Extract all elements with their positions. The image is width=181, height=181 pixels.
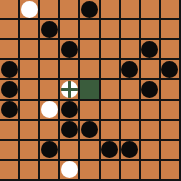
board-cell[interactable]: [121, 20, 141, 40]
board-cell[interactable]: [0, 161, 20, 181]
board-cell[interactable]: [20, 0, 40, 20]
board-cell[interactable]: [141, 60, 161, 80]
board-cell[interactable]: [20, 121, 40, 141]
board-cell[interactable]: [141, 0, 161, 20]
white-stone[interactable]: [41, 101, 58, 118]
board-cell[interactable]: [161, 40, 181, 60]
board-cell[interactable]: [60, 121, 80, 141]
game-board: [0, 0, 181, 181]
board-cell[interactable]: [40, 0, 60, 20]
board-cell[interactable]: [80, 20, 100, 40]
black-stone[interactable]: [81, 121, 98, 138]
black-stone[interactable]: [141, 41, 158, 58]
board-cell[interactable]: [80, 40, 100, 60]
board-cell[interactable]: [141, 121, 161, 141]
board-cell[interactable]: [60, 60, 80, 80]
board-cell[interactable]: [0, 101, 20, 121]
board-cell[interactable]: [60, 161, 80, 181]
board-cell[interactable]: [60, 80, 80, 100]
board-cell[interactable]: [161, 0, 181, 20]
board-cell[interactable]: [40, 121, 60, 141]
board-cell[interactable]: [80, 101, 100, 121]
board-cell[interactable]: [121, 40, 141, 60]
board-cell[interactable]: [141, 40, 161, 60]
board-cell[interactable]: [101, 161, 121, 181]
board-cell[interactable]: [60, 0, 80, 20]
black-stone[interactable]: [1, 61, 18, 78]
black-stone[interactable]: [81, 1, 98, 18]
board-cell[interactable]: [161, 20, 181, 40]
board-cell[interactable]: [20, 161, 40, 181]
board-cell[interactable]: [80, 0, 100, 20]
board-cell[interactable]: [121, 101, 141, 121]
black-stone[interactable]: [61, 101, 78, 118]
board-cell[interactable]: [40, 80, 60, 100]
board-cell[interactable]: [141, 161, 161, 181]
board-cell[interactable]: [0, 0, 20, 20]
board-cell[interactable]: [101, 40, 121, 60]
board-cell[interactable]: [161, 161, 181, 181]
black-stone[interactable]: [61, 41, 78, 58]
board-cell[interactable]: [60, 40, 80, 60]
board-cell[interactable]: [121, 60, 141, 80]
highlighted-move-cell[interactable]: [80, 80, 100, 100]
board-cell[interactable]: [0, 141, 20, 161]
board-cell[interactable]: [101, 101, 121, 121]
board-cell[interactable]: [80, 161, 100, 181]
black-stone[interactable]: [41, 141, 58, 158]
board-cell[interactable]: [141, 80, 161, 100]
board-cell[interactable]: [101, 60, 121, 80]
board-cell[interactable]: [141, 101, 161, 121]
board-cell[interactable]: [0, 20, 20, 40]
board-cell[interactable]: [161, 141, 181, 161]
board-cell[interactable]: [40, 20, 60, 40]
board-cell[interactable]: [40, 161, 60, 181]
board-cell[interactable]: [60, 20, 80, 40]
board-cell[interactable]: [20, 80, 40, 100]
board-cell[interactable]: [40, 101, 60, 121]
black-stone[interactable]: [41, 21, 58, 38]
black-stone[interactable]: [161, 61, 178, 78]
board-cell[interactable]: [101, 141, 121, 161]
board-cell[interactable]: [121, 161, 141, 181]
board-cell[interactable]: [101, 20, 121, 40]
board-cell[interactable]: [101, 121, 121, 141]
black-stone[interactable]: [121, 61, 138, 78]
black-stone[interactable]: [121, 141, 138, 158]
black-stone[interactable]: [61, 121, 78, 138]
board-cell[interactable]: [121, 80, 141, 100]
board-cell[interactable]: [161, 60, 181, 80]
board-cell[interactable]: [101, 0, 121, 20]
selected-white-stone[interactable]: [61, 81, 78, 98]
black-stone[interactable]: [141, 81, 158, 98]
board-cell[interactable]: [161, 121, 181, 141]
board-cell[interactable]: [20, 20, 40, 40]
board-cell[interactable]: [20, 141, 40, 161]
board-cell[interactable]: [161, 101, 181, 121]
black-stone[interactable]: [1, 101, 18, 118]
white-stone[interactable]: [61, 161, 78, 178]
board-cell[interactable]: [121, 121, 141, 141]
board-cell[interactable]: [0, 80, 20, 100]
board-cell[interactable]: [20, 101, 40, 121]
board-cell[interactable]: [0, 40, 20, 60]
board-cell[interactable]: [80, 121, 100, 141]
board-cell[interactable]: [161, 80, 181, 100]
board-cell[interactable]: [60, 101, 80, 121]
board-cell[interactable]: [101, 80, 121, 100]
board-cell[interactable]: [20, 40, 40, 60]
board-cell[interactable]: [0, 121, 20, 141]
black-stone[interactable]: [101, 141, 118, 158]
board-cell[interactable]: [40, 40, 60, 60]
board-cell[interactable]: [80, 141, 100, 161]
board-cell[interactable]: [80, 60, 100, 80]
board-cell[interactable]: [40, 141, 60, 161]
board-cell[interactable]: [40, 60, 60, 80]
board-cell[interactable]: [60, 141, 80, 161]
white-stone[interactable]: [21, 1, 38, 18]
black-stone[interactable]: [1, 81, 18, 98]
board-cell[interactable]: [0, 60, 20, 80]
board-cell[interactable]: [121, 141, 141, 161]
board-cell[interactable]: [121, 0, 141, 20]
board-cell[interactable]: [141, 20, 161, 40]
board-cell[interactable]: [141, 141, 161, 161]
board-cell[interactable]: [20, 60, 40, 80]
